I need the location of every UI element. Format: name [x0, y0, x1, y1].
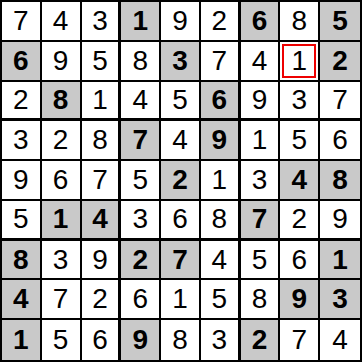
cell-r8c6[interactable]: 5	[201, 280, 241, 320]
cell-digit: 8	[252, 285, 268, 313]
cell-r1c9[interactable]: 5	[320, 2, 360, 42]
cell-digit: 7	[132, 126, 148, 154]
cell-digit: 4	[252, 47, 268, 75]
cell-r9c6[interactable]: 3	[201, 320, 241, 360]
cell-r3c9[interactable]: 7	[320, 82, 360, 122]
cell-r2c8[interactable]: 1	[280, 42, 320, 82]
cell-r1c8[interactable]: 8	[280, 2, 320, 42]
cell-digit: 3	[172, 47, 188, 75]
cell-digit: 4	[13, 285, 29, 313]
cell-r1c3[interactable]: 3	[82, 2, 122, 42]
cell-r6c1[interactable]: 5	[2, 201, 42, 241]
cell-r5c9[interactable]: 8	[320, 161, 360, 201]
cell-digit: 1	[332, 246, 348, 274]
cell-digit: 1	[292, 47, 308, 75]
cell-digit: 4	[92, 205, 108, 233]
cell-digit: 3	[292, 86, 308, 114]
cell-r7c4[interactable]: 2	[121, 241, 161, 281]
cell-r2c3[interactable]: 5	[82, 42, 122, 82]
cell-r2c7[interactable]: 4	[241, 42, 281, 82]
cell-r3c8[interactable]: 3	[280, 82, 320, 122]
cell-digit: 3	[53, 246, 69, 274]
cell-r2c9[interactable]: 2	[320, 42, 360, 82]
cell-r6c8[interactable]: 2	[280, 201, 320, 241]
cell-digit: 4	[172, 126, 188, 154]
cell-digit: 6	[172, 205, 188, 233]
cell-digit: 7	[172, 246, 188, 274]
cell-digit: 7	[211, 47, 227, 75]
cell-digit: 6	[332, 126, 348, 154]
cell-r8c5[interactable]: 1	[161, 280, 201, 320]
cell-digit: 4	[132, 86, 148, 114]
cell-digit: 6	[292, 246, 308, 274]
cell-digit: 1	[172, 285, 188, 313]
cell-r8c3[interactable]: 2	[82, 280, 122, 320]
cell-r6c6[interactable]: 8	[201, 201, 241, 241]
cell-r5c3[interactable]: 7	[82, 161, 122, 201]
cell-r5c4[interactable]: 5	[121, 161, 161, 201]
cell-r1c6[interactable]: 2	[201, 2, 241, 42]
cell-digit: 2	[332, 47, 348, 75]
cell-r9c7[interactable]: 2	[241, 320, 281, 360]
cell-digit: 2	[92, 285, 108, 313]
cell-digit: 1	[252, 126, 268, 154]
cell-r4c4[interactable]: 7	[121, 121, 161, 161]
cell-digit: 4	[292, 166, 308, 194]
cell-r6c7[interactable]: 7	[241, 201, 281, 241]
cell-digit: 1	[13, 326, 29, 354]
cell-digit: 2	[172, 166, 188, 194]
cell-digit: 1	[92, 86, 108, 114]
cell-digit: 8	[13, 246, 29, 274]
cell-r8c4[interactable]: 6	[121, 280, 161, 320]
cell-r5c6[interactable]: 1	[201, 161, 241, 201]
cell-digit: 2	[13, 86, 29, 114]
cell-r4c5[interactable]: 4	[161, 121, 201, 161]
cell-digit: 8	[92, 126, 108, 154]
cell-digit: 1	[211, 166, 227, 194]
cell-digit: 8	[132, 47, 148, 75]
cell-digit: 3	[332, 285, 348, 313]
cell-digit: 5	[92, 47, 108, 75]
cell-r2c6[interactable]: 7	[201, 42, 241, 82]
cell-r5c2[interactable]: 6	[42, 161, 82, 201]
cell-digit: 9	[172, 7, 188, 35]
cell-r9c2[interactable]: 5	[42, 320, 82, 360]
cell-digit: 4	[211, 246, 227, 274]
cell-digit: 4	[332, 326, 348, 354]
cell-digit: 8	[292, 7, 308, 35]
cell-digit: 5	[252, 246, 268, 274]
cell-digit: 4	[53, 7, 69, 35]
cell-digit: 9	[13, 166, 29, 194]
cell-digit: 8	[172, 326, 188, 354]
cell-r3c5[interactable]: 5	[161, 82, 201, 122]
cell-digit: 2	[211, 7, 227, 35]
cell-digit: 8	[53, 86, 69, 114]
cell-r7c2[interactable]: 3	[42, 241, 82, 281]
cell-digit: 2	[53, 126, 69, 154]
cell-r8c9[interactable]: 3	[320, 280, 360, 320]
cell-digit: 8	[332, 166, 348, 194]
cell-r5c7[interactable]: 3	[241, 161, 281, 201]
cell-r2c4[interactable]: 8	[121, 42, 161, 82]
cell-r1c4[interactable]: 1	[121, 2, 161, 42]
cell-r1c5[interactable]: 9	[161, 2, 201, 42]
cell-r7c6[interactable]: 4	[201, 241, 241, 281]
cell-digit: 6	[211, 86, 227, 114]
cell-r4c2[interactable]: 2	[42, 121, 82, 161]
cell-digit: 9	[252, 86, 268, 114]
cell-r8c1[interactable]: 4	[2, 280, 42, 320]
cell-r6c4[interactable]: 3	[121, 201, 161, 241]
cell-r3c2[interactable]: 8	[42, 82, 82, 122]
cell-r1c2[interactable]: 4	[42, 2, 82, 42]
cell-digit: 7	[332, 86, 348, 114]
cell-r6c9[interactable]: 9	[320, 201, 360, 241]
cell-digit: 5	[292, 126, 308, 154]
cell-digit: 7	[252, 205, 268, 233]
cell-r8c2[interactable]: 7	[42, 280, 82, 320]
cell-r3c1[interactable]: 2	[2, 82, 42, 122]
cell-r4c7[interactable]: 1	[241, 121, 281, 161]
cell-r4c6[interactable]: 9	[201, 121, 241, 161]
cell-digit: 2	[132, 246, 148, 274]
cell-r7c3[interactable]: 9	[82, 241, 122, 281]
cell-digit: 5	[13, 205, 29, 233]
cell-r9c1[interactable]: 1	[2, 320, 42, 360]
cell-digit: 9	[292, 285, 308, 313]
cell-r6c2[interactable]: 1	[42, 201, 82, 241]
cell-digit: 3	[211, 326, 227, 354]
cell-digit: 3	[132, 205, 148, 233]
cell-digit: 8	[211, 205, 227, 233]
cell-digit: 1	[132, 7, 148, 35]
cell-r7c7[interactable]: 5	[241, 241, 281, 281]
cell-digit: 9	[332, 205, 348, 233]
cell-digit: 9	[211, 126, 227, 154]
cell-r7c9[interactable]: 1	[320, 241, 360, 281]
cell-digit: 1	[53, 205, 69, 233]
cell-digit: 5	[211, 285, 227, 313]
cell-digit: 7	[92, 166, 108, 194]
cell-digit: 7	[292, 326, 308, 354]
cell-digit: 3	[252, 166, 268, 194]
cell-r2c5[interactable]: 3	[161, 42, 201, 82]
cell-r3c7[interactable]: 9	[241, 82, 281, 122]
cell-r5c8[interactable]: 4	[280, 161, 320, 201]
cell-r1c1[interactable]: 7	[2, 2, 42, 42]
cell-r4c9[interactable]: 6	[320, 121, 360, 161]
cell-r4c8[interactable]: 5	[280, 121, 320, 161]
cell-digit: 6	[53, 166, 69, 194]
cell-digit: 9	[53, 47, 69, 75]
cell-digit: 9	[92, 246, 108, 274]
cell-r9c9[interactable]: 4	[320, 320, 360, 360]
cell-r9c8[interactable]: 7	[280, 320, 320, 360]
cell-digit: 5	[332, 7, 348, 35]
cell-digit: 3	[13, 126, 29, 154]
cell-digit: 6	[92, 326, 108, 354]
cell-r1c7[interactable]: 6	[241, 2, 281, 42]
cell-r2c2[interactable]: 9	[42, 42, 82, 82]
cell-digit: 6	[132, 285, 148, 313]
cell-digit: 9	[132, 326, 148, 354]
cell-digit: 6	[13, 47, 29, 75]
cell-r7c5[interactable]: 7	[161, 241, 201, 281]
cell-r7c8[interactable]: 6	[280, 241, 320, 281]
cell-r3c3[interactable]: 1	[82, 82, 122, 122]
cell-r7c1[interactable]: 8	[2, 241, 42, 281]
cell-r3c6[interactable]: 6	[201, 82, 241, 122]
cell-r6c3[interactable]: 4	[82, 201, 122, 241]
cell-r8c7[interactable]: 8	[241, 280, 281, 320]
cell-r8c8[interactable]: 9	[280, 280, 320, 320]
cell-r5c5[interactable]: 2	[161, 161, 201, 201]
cell-digit: 5	[132, 166, 148, 194]
cell-digit: 7	[53, 285, 69, 313]
cell-digit: 5	[172, 86, 188, 114]
cell-digit: 2	[292, 205, 308, 233]
cell-digit: 2	[252, 326, 268, 354]
cell-r6c5[interactable]: 6	[161, 201, 201, 241]
cell-r9c5[interactable]: 8	[161, 320, 201, 360]
cell-r2c1[interactable]: 6	[2, 42, 42, 82]
cell-r3c4[interactable]: 4	[121, 82, 161, 122]
sudoku-board: 7431926856958374122814569373287491569675…	[0, 0, 362, 362]
cell-r5c1[interactable]: 9	[2, 161, 42, 201]
cell-r4c3[interactable]: 8	[82, 121, 122, 161]
cell-digit: 3	[92, 7, 108, 35]
cell-r4c1[interactable]: 3	[2, 121, 42, 161]
cell-digit: 7	[13, 7, 29, 35]
cell-digit: 5	[53, 326, 69, 354]
cell-r9c4[interactable]: 9	[121, 320, 161, 360]
cell-digit: 6	[252, 7, 268, 35]
cell-r9c3[interactable]: 6	[82, 320, 122, 360]
